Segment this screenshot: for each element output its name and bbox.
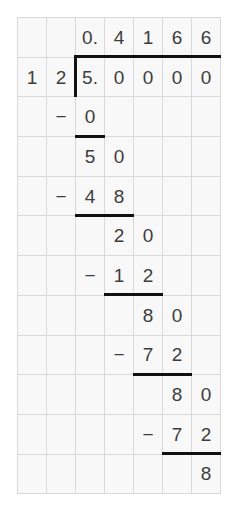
cell-r10c5: [134, 375, 163, 415]
cell-r3c1: [18, 97, 47, 137]
cell-r9c4: −: [105, 336, 134, 376]
cell-r10c3: [76, 375, 105, 415]
cell-r7c6: [163, 256, 192, 296]
cell-r7c1: [18, 256, 47, 296]
cell-r8c2: [47, 296, 76, 336]
division-board-wrap: 0.4166125.0000−050−4820−1280−7280−728: [17, 17, 221, 494]
cell-r3c4: [105, 97, 134, 137]
long-division-diagram: 0.4166125.0000−050−4820−1280−7280−728: [0, 0, 243, 519]
cell-r1c2: [47, 18, 76, 58]
cell-r9c5: 7: [134, 336, 163, 376]
cell-r7c7: [192, 256, 221, 296]
cell-r7c5: 2: [134, 256, 163, 296]
cell-r11c4: [105, 415, 134, 455]
cell-r3c5: [134, 97, 163, 137]
cell-r9c2: [47, 336, 76, 376]
cell-r1c4: 4: [105, 18, 134, 58]
cell-r6c2: [47, 216, 76, 256]
cell-r5c1: [18, 177, 47, 217]
cell-r2c3: 5.: [76, 58, 105, 98]
cell-r8c7: [192, 296, 221, 336]
cell-r8c1: [18, 296, 47, 336]
cell-r7c3: −: [76, 256, 105, 296]
cell-r8c4: [105, 296, 134, 336]
cell-r11c5: −: [134, 415, 163, 455]
cell-r2c6: 0: [163, 58, 192, 98]
cell-r1c5: 1: [134, 18, 163, 58]
cell-r1c6: 6: [163, 18, 192, 58]
cell-r6c6: [163, 216, 192, 256]
cell-r4c1: [18, 137, 47, 177]
cell-r4c7: [192, 137, 221, 177]
cell-r7c2: [47, 256, 76, 296]
cell-r12c3: [76, 455, 105, 495]
cell-r12c1: [18, 455, 47, 495]
cell-r10c2: [47, 375, 76, 415]
cell-r2c4: 0: [105, 58, 134, 98]
cell-r7c4: 1: [105, 256, 134, 296]
cell-r4c4: 0: [105, 137, 134, 177]
cell-r12c6: [163, 455, 192, 495]
cell-r11c2: [47, 415, 76, 455]
cell-r8c5: 8: [134, 296, 163, 336]
cell-r3c7: [192, 97, 221, 137]
cell-r8c3: [76, 296, 105, 336]
cell-r10c1: [18, 375, 47, 415]
cell-r4c3: 5: [76, 137, 105, 177]
cell-r10c6: 8: [163, 375, 192, 415]
cell-r11c7: 2: [192, 415, 221, 455]
cell-r6c3: [76, 216, 105, 256]
cell-r4c5: [134, 137, 163, 177]
division-grid: 0.4166125.0000−050−4820−1280−7280−728: [17, 17, 221, 494]
cell-r6c4: 2: [105, 216, 134, 256]
cell-r4c6: [163, 137, 192, 177]
cell-r12c2: [47, 455, 76, 495]
cell-r10c7: 0: [192, 375, 221, 415]
cell-r1c1: [18, 18, 47, 58]
cell-r2c2: 2: [47, 58, 76, 98]
cell-r11c1: [18, 415, 47, 455]
cell-r5c4: 8: [105, 177, 134, 217]
cell-r9c7: [192, 336, 221, 376]
cell-r12c7: 8: [192, 455, 221, 495]
cell-r8c6: 0: [163, 296, 192, 336]
cell-r5c3: 4: [76, 177, 105, 217]
cell-r6c7: [192, 216, 221, 256]
cell-r1c7: 6: [192, 18, 221, 58]
cell-r3c3: 0: [76, 97, 105, 137]
cell-r9c6: 2: [163, 336, 192, 376]
cell-r5c5: [134, 177, 163, 217]
cell-r10c4: [105, 375, 134, 415]
cell-r11c6: 7: [163, 415, 192, 455]
cell-r11c3: [76, 415, 105, 455]
cell-r9c3: [76, 336, 105, 376]
cell-r2c7: 0: [192, 58, 221, 98]
cell-r5c2: −: [47, 177, 76, 217]
cell-r2c5: 0: [134, 58, 163, 98]
cell-r12c5: [134, 455, 163, 495]
cell-r5c7: [192, 177, 221, 217]
cell-r12c4: [105, 455, 134, 495]
cell-r2c1: 1: [18, 58, 47, 98]
cell-r6c1: [18, 216, 47, 256]
cell-r5c6: [163, 177, 192, 217]
cell-r1c3: 0.: [76, 18, 105, 58]
cell-r4c2: [47, 137, 76, 177]
cell-r6c5: 0: [134, 216, 163, 256]
cell-r3c6: [163, 97, 192, 137]
cell-r3c2: −: [47, 97, 76, 137]
cell-r9c1: [18, 336, 47, 376]
